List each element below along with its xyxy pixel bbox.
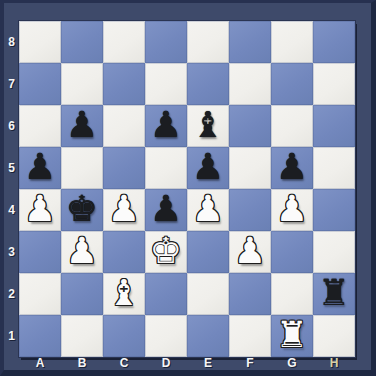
square-a7[interactable]	[19, 63, 61, 105]
white-pawn[interactable]: ♟	[192, 191, 224, 227]
square-e3[interactable]	[187, 231, 229, 273]
rank-label-4: 4	[4, 189, 19, 231]
white-pawn[interactable]: ♟	[276, 191, 308, 227]
file-label-b: B	[61, 357, 103, 370]
square-g5[interactable]: ♟	[271, 147, 313, 189]
square-d3[interactable]: ♚	[145, 231, 187, 273]
square-a6[interactable]	[19, 105, 61, 147]
white-pawn[interactable]: ♟	[234, 233, 266, 269]
square-f4[interactable]	[229, 189, 271, 231]
square-f7[interactable]	[229, 63, 271, 105]
square-a4[interactable]: ♟	[19, 189, 61, 231]
square-h7[interactable]	[313, 63, 355, 105]
square-b4[interactable]: ♚	[61, 189, 103, 231]
square-a3[interactable]	[19, 231, 61, 273]
square-f2[interactable]	[229, 273, 271, 315]
square-b8[interactable]	[61, 21, 103, 63]
square-d1[interactable]	[145, 315, 187, 357]
black-pawn[interactable]: ♟	[192, 149, 224, 185]
file-label-e: E	[187, 357, 229, 370]
black-bishop[interactable]: ♝	[192, 107, 224, 143]
square-e2[interactable]	[187, 273, 229, 315]
square-h8[interactable]	[313, 21, 355, 63]
square-f8[interactable]	[229, 21, 271, 63]
square-d5[interactable]	[145, 147, 187, 189]
square-g1[interactable]: ♜	[271, 315, 313, 357]
square-h6[interactable]	[313, 105, 355, 147]
square-h1[interactable]	[313, 315, 355, 357]
square-c2[interactable]: ♝	[103, 273, 145, 315]
square-e5[interactable]: ♟	[187, 147, 229, 189]
rank-label-8: 8	[4, 21, 19, 63]
square-e4[interactable]: ♟	[187, 189, 229, 231]
square-g8[interactable]	[271, 21, 313, 63]
square-c5[interactable]	[103, 147, 145, 189]
square-e8[interactable]	[187, 21, 229, 63]
file-label-d: D	[145, 357, 187, 370]
square-g6[interactable]	[271, 105, 313, 147]
white-king[interactable]: ♚	[150, 233, 182, 269]
square-f5[interactable]	[229, 147, 271, 189]
rank-label-7: 7	[4, 63, 19, 105]
square-b1[interactable]	[61, 315, 103, 357]
square-c4[interactable]: ♟	[103, 189, 145, 231]
square-c7[interactable]	[103, 63, 145, 105]
white-bishop[interactable]: ♝	[108, 275, 140, 311]
square-f1[interactable]	[229, 315, 271, 357]
square-d2[interactable]	[145, 273, 187, 315]
rank-labels: 8 7 6 5 4 3 2 1	[4, 21, 19, 357]
rank-label-1: 1	[4, 315, 19, 357]
square-c1[interactable]	[103, 315, 145, 357]
rank-label-3: 3	[4, 231, 19, 273]
board: ♟♟♝♟♟♟♟♚♟♟♟♟♟♚♟♝♜♜	[19, 21, 355, 357]
square-h4[interactable]	[313, 189, 355, 231]
square-c6[interactable]	[103, 105, 145, 147]
file-label-h: H	[313, 357, 355, 370]
square-a1[interactable]	[19, 315, 61, 357]
square-e7[interactable]	[187, 63, 229, 105]
square-d4[interactable]: ♟	[145, 189, 187, 231]
file-label-c: C	[103, 357, 145, 370]
file-label-f: F	[229, 357, 271, 370]
square-b2[interactable]	[61, 273, 103, 315]
square-b3[interactable]: ♟	[61, 231, 103, 273]
black-rook[interactable]: ♜	[318, 275, 350, 311]
rank-label-6: 6	[4, 105, 19, 147]
square-c8[interactable]	[103, 21, 145, 63]
black-king[interactable]: ♚	[66, 191, 98, 227]
black-pawn[interactable]: ♟	[24, 149, 56, 185]
square-h2[interactable]: ♜	[313, 273, 355, 315]
rank-label-5: 5	[4, 147, 19, 189]
rank-label-2: 2	[4, 273, 19, 315]
white-rook[interactable]: ♜	[276, 317, 308, 353]
black-pawn[interactable]: ♟	[150, 191, 182, 227]
square-a8[interactable]	[19, 21, 61, 63]
square-b6[interactable]: ♟	[61, 105, 103, 147]
square-h3[interactable]	[313, 231, 355, 273]
white-pawn[interactable]: ♟	[24, 191, 56, 227]
square-g3[interactable]	[271, 231, 313, 273]
file-label-a: A	[19, 357, 61, 370]
file-labels: A B C D E F G H	[19, 357, 355, 370]
chessboard-frame: 8 7 6 5 4 3 2 1 ♟♟♝♟♟♟♟♚♟♟♟♟♟♚♟♝♜♜ A B C…	[0, 0, 376, 376]
white-pawn[interactable]: ♟	[66, 233, 98, 269]
black-pawn[interactable]: ♟	[276, 149, 308, 185]
square-e1[interactable]	[187, 315, 229, 357]
square-g4[interactable]: ♟	[271, 189, 313, 231]
square-c3[interactable]	[103, 231, 145, 273]
file-label-g: G	[271, 357, 313, 370]
square-f6[interactable]	[229, 105, 271, 147]
square-f3[interactable]: ♟	[229, 231, 271, 273]
square-g2[interactable]	[271, 273, 313, 315]
square-b7[interactable]	[61, 63, 103, 105]
square-g7[interactable]	[271, 63, 313, 105]
square-b5[interactable]	[61, 147, 103, 189]
square-d8[interactable]	[145, 21, 187, 63]
black-pawn[interactable]: ♟	[66, 107, 98, 143]
white-pawn[interactable]: ♟	[108, 191, 140, 227]
square-e6[interactable]: ♝	[187, 105, 229, 147]
square-d7[interactable]	[145, 63, 187, 105]
square-a2[interactable]	[19, 273, 61, 315]
square-d6[interactable]: ♟	[145, 105, 187, 147]
black-pawn[interactable]: ♟	[150, 107, 182, 143]
square-h5[interactable]	[313, 147, 355, 189]
square-a5[interactable]: ♟	[19, 147, 61, 189]
